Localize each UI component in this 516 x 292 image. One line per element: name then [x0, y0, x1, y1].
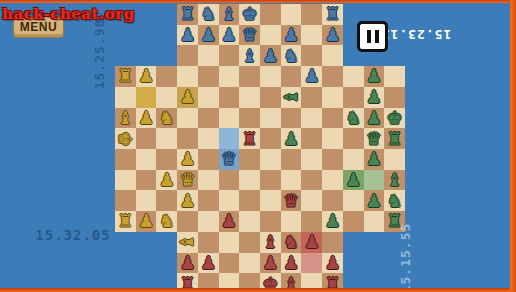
piece-blue-pawn[interactable]: ♟ [304, 67, 320, 85]
board-void [364, 232, 385, 253]
board-square[interactable] [301, 253, 322, 274]
board-square[interactable] [198, 87, 219, 108]
piece-blue-bishop[interactable]: ♝ [242, 47, 258, 65]
board-square[interactable]: ♟ [219, 211, 240, 232]
board-square[interactable]: ♝ [239, 45, 260, 66]
piece-green-pawn[interactable]: ♟ [366, 150, 382, 168]
board-square[interactable] [260, 108, 281, 129]
board-square[interactable]: ♟ [156, 170, 177, 191]
piece-red-pawn[interactable]: ♟ [324, 254, 340, 272]
board-square[interactable]: ♟ [364, 190, 385, 211]
board-void [136, 232, 157, 253]
board-void [136, 4, 157, 25]
board-square[interactable] [198, 190, 219, 211]
board-square[interactable] [239, 108, 260, 129]
board-square[interactable] [260, 149, 281, 170]
piece-yellow-queen[interactable]: ♛ [179, 171, 195, 189]
piece-green-pawn[interactable]: ♟ [324, 212, 340, 230]
board-void [136, 253, 157, 274]
board-square[interactable]: ♟ [281, 25, 302, 46]
board-square[interactable]: ♞ [281, 45, 302, 66]
board-square[interactable] [343, 190, 364, 211]
board-square[interactable] [136, 190, 157, 211]
board-square[interactable] [136, 149, 157, 170]
board-square[interactable] [177, 211, 198, 232]
board-square[interactable] [136, 170, 157, 191]
piece-red-pawn[interactable]: ♟ [200, 254, 216, 272]
board-square[interactable] [219, 170, 240, 191]
board-square[interactable]: ♟ [322, 25, 343, 46]
board-square[interactable] [301, 25, 322, 46]
board-square[interactable]: ♜ [239, 128, 260, 149]
board-square[interactable] [301, 211, 322, 232]
board-square[interactable] [198, 232, 219, 253]
pause-icon [375, 30, 379, 43]
board-square[interactable]: ♟ [136, 108, 157, 129]
board-square[interactable] [177, 108, 198, 129]
piece-blue-knight[interactable]: ♞ [283, 47, 299, 65]
piece-yellow-pawn[interactable]: ♟ [138, 212, 154, 230]
board-square[interactable]: ♟ [364, 108, 385, 129]
board-square[interactable]: ♛ [219, 149, 240, 170]
board-square[interactable] [239, 149, 260, 170]
piece-blue-rook[interactable]: ♜ [179, 5, 195, 23]
piece-blue-queen[interactable]: ♛ [242, 26, 258, 44]
piece-yellow-bishop-lying[interactable]: ♝ [178, 234, 196, 250]
board-square[interactable] [177, 128, 198, 149]
board-square[interactable]: ♟ [177, 149, 198, 170]
board-square[interactable] [322, 170, 343, 191]
board-square[interactable]: ♝ [384, 170, 405, 191]
clock-blue-player: 15.23.13 [386, 27, 446, 43]
board-square[interactable]: ♞ [343, 108, 364, 129]
board-square[interactable] [343, 87, 364, 108]
piece-blue-queen[interactable]: ♛ [221, 150, 237, 168]
piece-yellow-rook[interactable]: ♜ [117, 212, 133, 230]
board-square[interactable] [301, 45, 322, 66]
board-void [136, 45, 157, 66]
board-square[interactable]: ♝ [281, 87, 302, 108]
board-square[interactable]: ♚ [115, 128, 136, 149]
piece-yellow-bishop[interactable]: ♝ [117, 109, 133, 127]
piece-green-pawn[interactable]: ♟ [345, 171, 361, 189]
board-square[interactable]: ♜ [384, 128, 405, 149]
board-square[interactable] [115, 87, 136, 108]
board-square[interactable] [301, 108, 322, 129]
piece-green-king[interactable]: ♚ [387, 109, 403, 127]
board-square[interactable] [322, 190, 343, 211]
piece-blue-knight[interactable]: ♞ [200, 5, 216, 23]
piece-yellow-pawn[interactable]: ♟ [179, 192, 195, 210]
board-square[interactable] [198, 211, 219, 232]
board-square[interactable] [239, 190, 260, 211]
board-square[interactable] [364, 211, 385, 232]
board-square[interactable] [322, 108, 343, 129]
board-square[interactable]: ♞ [384, 190, 405, 211]
frame-bar-top [0, 0, 516, 3]
board-square[interactable] [260, 170, 281, 191]
clock-green-player: 15.15.55 [397, 213, 413, 292]
board-square[interactable] [239, 211, 260, 232]
board-square[interactable] [322, 232, 343, 253]
board-square[interactable] [198, 66, 219, 87]
piece-yellow-pawn[interactable]: ♟ [179, 88, 195, 106]
piece-red-knight[interactable]: ♞ [283, 233, 299, 251]
board-square[interactable] [156, 128, 177, 149]
board-void [156, 25, 177, 46]
piece-blue-rook[interactable]: ♜ [324, 5, 340, 23]
board-square[interactable] [260, 25, 281, 46]
board-square[interactable] [322, 87, 343, 108]
board-square[interactable] [239, 170, 260, 191]
board-square[interactable]: ♝ [115, 108, 136, 129]
piece-green-pawn[interactable]: ♟ [366, 67, 382, 85]
board-square[interactable] [219, 253, 240, 274]
board-square[interactable] [136, 87, 157, 108]
board-square[interactable] [219, 128, 240, 149]
piece-yellow-pawn[interactable]: ♟ [159, 171, 175, 189]
board-square[interactable] [343, 66, 364, 87]
board-square[interactable] [198, 45, 219, 66]
piece-blue-pawn[interactable]: ♟ [200, 26, 216, 44]
piece-red-queen[interactable]: ♛ [283, 192, 299, 210]
board-square[interactable]: ♟ [301, 66, 322, 87]
board-square[interactable] [177, 45, 198, 66]
board-square[interactable] [384, 87, 405, 108]
piece-yellow-pawn[interactable]: ♟ [138, 67, 154, 85]
board-square[interactable]: ♟ [281, 253, 302, 274]
board-square[interactable]: ♟ [364, 66, 385, 87]
piece-green-pawn[interactable]: ♟ [366, 192, 382, 210]
board-square[interactable] [239, 87, 260, 108]
board-void [115, 253, 136, 274]
board-square[interactable]: ♝ [177, 232, 198, 253]
board-square[interactable] [115, 149, 136, 170]
board-square[interactable]: ♜ [115, 211, 136, 232]
board-square[interactable] [281, 170, 302, 191]
board-square[interactable]: ♟ [322, 253, 343, 274]
board-void [115, 25, 136, 46]
board-square[interactable] [322, 149, 343, 170]
board-void [384, 4, 405, 25]
board-square[interactable]: ♟ [177, 87, 198, 108]
board-square[interactable] [260, 128, 281, 149]
piece-blue-pawn[interactable]: ♟ [221, 26, 237, 44]
board-square[interactable] [301, 128, 322, 149]
board-square[interactable]: ♛ [239, 25, 260, 46]
board-void [156, 232, 177, 253]
board-square[interactable]: ♟ [343, 170, 364, 191]
piece-blue-pawn[interactable]: ♟ [324, 26, 340, 44]
board-square[interactable]: ♞ [156, 108, 177, 129]
board-square[interactable] [281, 108, 302, 129]
board-void [343, 232, 364, 253]
board-square[interactable] [301, 4, 322, 25]
board-square[interactable] [156, 190, 177, 211]
board-void [343, 253, 364, 274]
board-square[interactable]: ♟ [364, 87, 385, 108]
board-square[interactable] [219, 66, 240, 87]
board-square[interactable] [198, 170, 219, 191]
piece-green-queen[interactable]: ♛ [366, 130, 382, 148]
piece-red-bishop[interactable]: ♝ [262, 233, 278, 251]
piece-red-rook[interactable]: ♜ [242, 130, 258, 148]
board-square[interactable] [260, 211, 281, 232]
board-square[interactable] [281, 211, 302, 232]
board-square[interactable] [281, 4, 302, 25]
board-square[interactable]: ♟ [322, 211, 343, 232]
piece-yellow-pawn[interactable]: ♟ [138, 109, 154, 127]
piece-blue-pawn[interactable]: ♟ [262, 47, 278, 65]
piece-red-pawn[interactable]: ♟ [304, 233, 320, 251]
board-square[interactable] [156, 149, 177, 170]
board-square[interactable] [260, 87, 281, 108]
pause-button[interactable] [357, 21, 388, 52]
board-square[interactable]: ♟ [136, 66, 157, 87]
board-void [115, 232, 136, 253]
piece-red-pawn[interactable]: ♟ [221, 212, 237, 230]
board-square[interactable] [384, 149, 405, 170]
frame-bar-bottom [0, 288, 516, 292]
board-square[interactable] [219, 108, 240, 129]
board-square[interactable] [239, 253, 260, 274]
board-square[interactable]: ♜ [322, 4, 343, 25]
board-square[interactable] [219, 45, 240, 66]
frame-bar-right [510, 0, 516, 292]
board-square[interactable]: ♟ [260, 45, 281, 66]
board-square[interactable] [198, 149, 219, 170]
board-square[interactable] [198, 128, 219, 149]
board-square[interactable] [177, 66, 198, 87]
board-square[interactable]: ♟ [177, 25, 198, 46]
board-square[interactable] [156, 87, 177, 108]
piece-green-bishop-lying[interactable]: ♝ [282, 89, 300, 105]
board-square[interactable] [301, 170, 322, 191]
board-square[interactable]: ♜ [177, 4, 198, 25]
piece-yellow-rook[interactable]: ♜ [117, 67, 133, 85]
piece-yellow-king-lying[interactable]: ♚ [116, 131, 134, 147]
board-square[interactable] [364, 170, 385, 191]
board-square[interactable] [281, 149, 302, 170]
clock-red-player: 15.32.05 [38, 226, 108, 244]
pause-icon [367, 30, 371, 43]
board-square[interactable] [343, 211, 364, 232]
piece-green-rook[interactable]: ♜ [387, 130, 403, 148]
board-square[interactable] [198, 108, 219, 129]
board-square[interactable] [343, 149, 364, 170]
board-square[interactable]: ♞ [156, 211, 177, 232]
board-square[interactable] [219, 232, 240, 253]
board-square[interactable]: ♟ [177, 253, 198, 274]
piece-green-knight[interactable]: ♞ [345, 109, 361, 127]
board-square[interactable]: ♜ [115, 66, 136, 87]
board-square[interactable]: ♛ [281, 190, 302, 211]
piece-red-pawn[interactable]: ♟ [179, 254, 195, 272]
board-square[interactable]: ♝ [219, 4, 240, 25]
board-square[interactable] [260, 66, 281, 87]
board-square[interactable] [281, 66, 302, 87]
board-square[interactable] [260, 190, 281, 211]
board-square[interactable] [239, 232, 260, 253]
board-square[interactable] [260, 4, 281, 25]
board-square[interactable]: ♟ [301, 232, 322, 253]
piece-blue-bishop[interactable]: ♝ [221, 5, 237, 23]
board-square[interactable]: ♟ [281, 128, 302, 149]
piece-blue-pawn[interactable]: ♟ [179, 26, 195, 44]
board-square[interactable]: ♞ [198, 4, 219, 25]
board-square[interactable]: ♛ [364, 128, 385, 149]
piece-yellow-knight[interactable]: ♞ [159, 212, 175, 230]
board-square[interactable]: ♟ [136, 211, 157, 232]
board-void [115, 45, 136, 66]
piece-blue-king[interactable]: ♚ [242, 5, 258, 23]
board-square[interactable]: ♟ [364, 149, 385, 170]
board-square[interactable]: ♝ [260, 232, 281, 253]
piece-green-pawn[interactable]: ♟ [366, 88, 382, 106]
board-square[interactable] [322, 128, 343, 149]
board-square[interactable] [136, 128, 157, 149]
piece-yellow-pawn[interactable]: ♟ [179, 150, 195, 168]
piece-green-pawn[interactable]: ♟ [283, 130, 299, 148]
piece-green-pawn[interactable]: ♟ [366, 109, 382, 127]
board-square[interactable] [301, 149, 322, 170]
board-square[interactable] [343, 128, 364, 149]
piece-green-bishop[interactable]: ♝ [387, 171, 403, 189]
board-square[interactable] [384, 66, 405, 87]
board-square[interactable]: ♞ [281, 232, 302, 253]
piece-red-pawn[interactable]: ♟ [283, 254, 299, 272]
board-square[interactable]: ♟ [219, 25, 240, 46]
board-square[interactable] [301, 87, 322, 108]
game-screen: hack-cheat.org MENU 15.23.13 15.25.98 15… [0, 0, 516, 292]
board-square[interactable] [219, 87, 240, 108]
board-void [156, 45, 177, 66]
board-square[interactable] [322, 66, 343, 87]
board-square[interactable] [301, 190, 322, 211]
board-square[interactable]: ♟ [177, 190, 198, 211]
board-square[interactable]: ♚ [239, 4, 260, 25]
board-square[interactable] [115, 190, 136, 211]
board-square[interactable]: ♚ [384, 108, 405, 129]
board-square[interactable] [115, 170, 136, 191]
board-square[interactable] [156, 66, 177, 87]
board-square[interactable] [322, 45, 343, 66]
board-square[interactable]: ♛ [177, 170, 198, 191]
board-square[interactable]: ♟ [198, 25, 219, 46]
piece-red-pawn[interactable]: ♟ [262, 254, 278, 272]
board-void [364, 253, 385, 274]
board-void [136, 25, 157, 46]
board-square[interactable] [239, 66, 260, 87]
piece-yellow-knight[interactable]: ♞ [159, 109, 175, 127]
piece-green-knight[interactable]: ♞ [387, 192, 403, 210]
board-void [156, 253, 177, 274]
watermark-text: hack-cheat.org [2, 5, 135, 23]
board-void [156, 4, 177, 25]
board-square[interactable]: ♟ [198, 253, 219, 274]
board-square[interactable]: ♟ [260, 253, 281, 274]
board-square[interactable] [219, 190, 240, 211]
piece-blue-pawn[interactable]: ♟ [283, 26, 299, 44]
